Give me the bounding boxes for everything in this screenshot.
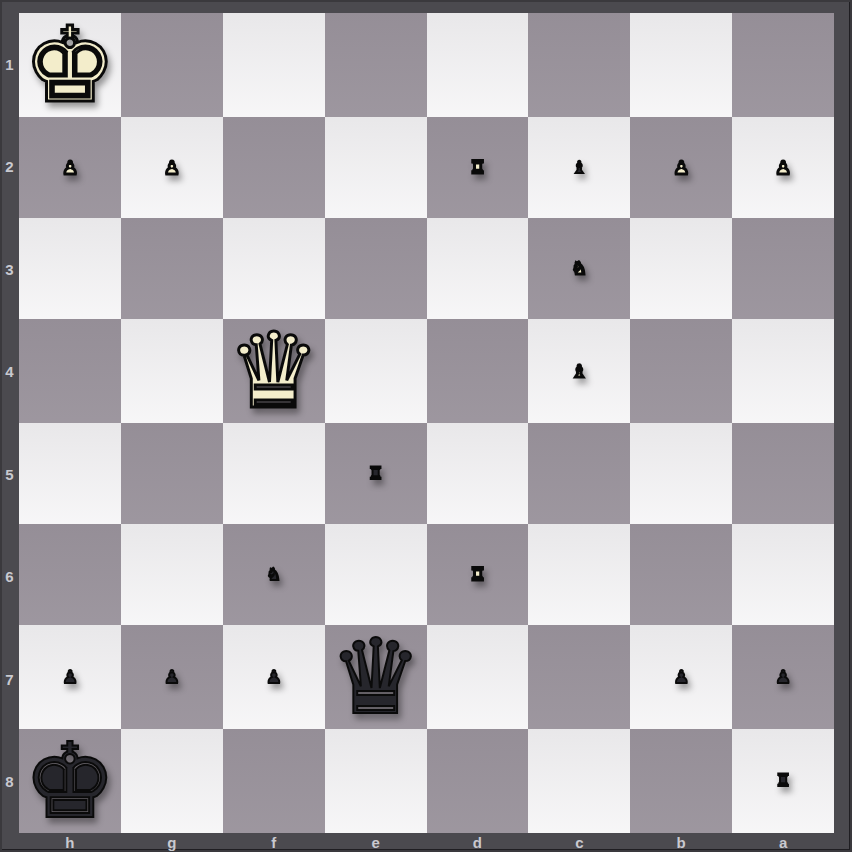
square-a1[interactable]	[732, 13, 834, 117]
piece-black-pawn[interactable]: ♟	[62, 668, 78, 686]
piece-white-pawn[interactable]: ♟	[775, 159, 791, 177]
square-e7[interactable]: ♛	[325, 625, 427, 729]
file-labels: hgfedcba	[19, 833, 834, 852]
square-h1[interactable]: ♚	[19, 13, 121, 117]
square-g4[interactable]	[121, 319, 223, 423]
square-c7[interactable]	[528, 625, 630, 729]
rank-labels: 12345678	[0, 13, 19, 833]
rank-label-4: 4	[0, 321, 19, 424]
square-a7[interactable]: ♟	[732, 625, 834, 729]
square-e5[interactable]: ♜	[325, 423, 427, 524]
square-a5[interactable]	[732, 423, 834, 524]
square-b4[interactable]	[630, 319, 732, 423]
square-b8[interactable]	[630, 729, 732, 833]
square-d5[interactable]	[427, 423, 529, 524]
piece-white-rook[interactable]: ♜	[470, 159, 485, 176]
square-f1[interactable]	[223, 13, 325, 117]
square-c4[interactable]: ♝	[528, 319, 630, 423]
square-e8[interactable]	[325, 729, 427, 833]
square-c5[interactable]	[528, 423, 630, 524]
file-label-d: d	[427, 833, 529, 852]
piece-black-rook[interactable]: ♜	[775, 772, 790, 789]
square-f5[interactable]	[223, 423, 325, 524]
square-d6[interactable]: ♜	[427, 524, 529, 625]
square-g1[interactable]	[121, 13, 223, 117]
square-b5[interactable]	[630, 423, 732, 524]
square-d8[interactable]	[427, 729, 529, 833]
square-b7[interactable]: ♟	[630, 625, 732, 729]
square-a3[interactable]	[732, 218, 834, 319]
rank-label-8: 8	[0, 731, 19, 834]
square-d1[interactable]	[427, 13, 529, 117]
square-a6[interactable]	[732, 524, 834, 625]
piece-white-queen[interactable]: ♛	[227, 319, 320, 423]
piece-white-pawn[interactable]: ♟	[62, 159, 78, 177]
piece-black-pawn[interactable]: ♟	[266, 668, 282, 686]
file-label-g: g	[121, 833, 223, 852]
piece-white-rook[interactable]: ♜	[470, 566, 485, 583]
square-h2[interactable]: ♟	[19, 117, 121, 218]
square-d4[interactable]	[427, 319, 529, 423]
square-g6[interactable]	[121, 524, 223, 625]
square-c6[interactable]	[528, 524, 630, 625]
square-h4[interactable]	[19, 319, 121, 423]
rank-label-2: 2	[0, 116, 19, 219]
piece-white-pawn[interactable]: ♟	[164, 159, 180, 177]
file-label-e: e	[325, 833, 427, 852]
square-h8[interactable]: ♚	[19, 729, 121, 833]
square-g7[interactable]: ♟	[121, 625, 223, 729]
square-c3[interactable]: ♞	[528, 218, 630, 319]
rank-label-7: 7	[0, 628, 19, 731]
square-h5[interactable]	[19, 423, 121, 524]
square-h3[interactable]	[19, 218, 121, 319]
rank-label-3: 3	[0, 218, 19, 321]
chess-board-frame: 12345678 ♚♟♟♜♝♟♟♞♛♝♜♞♜♟♟♟♛♟♟♚♜ hgfedcba	[0, 0, 852, 852]
square-e6[interactable]	[325, 524, 427, 625]
square-a2[interactable]: ♟	[732, 117, 834, 218]
square-g3[interactable]	[121, 218, 223, 319]
square-e1[interactable]	[325, 13, 427, 117]
square-a4[interactable]	[732, 319, 834, 423]
square-d7[interactable]	[427, 625, 529, 729]
piece-black-rook[interactable]: ♜	[368, 465, 383, 482]
square-e2[interactable]	[325, 117, 427, 218]
square-g8[interactable]	[121, 729, 223, 833]
square-f3[interactable]	[223, 218, 325, 319]
piece-black-knight[interactable]: ♞	[266, 566, 281, 583]
piece-black-king[interactable]: ♚	[23, 729, 116, 833]
piece-white-bishop[interactable]: ♝	[572, 363, 587, 380]
file-label-f: f	[223, 833, 325, 852]
square-f6[interactable]: ♞	[223, 524, 325, 625]
square-h6[interactable]	[19, 524, 121, 625]
square-f8[interactable]	[223, 729, 325, 833]
square-g2[interactable]: ♟	[121, 117, 223, 218]
chess-board: ♚♟♟♜♝♟♟♞♛♝♜♞♜♟♟♟♛♟♟♚♜	[19, 13, 834, 833]
square-c8[interactable]	[528, 729, 630, 833]
file-label-h: h	[19, 833, 121, 852]
square-b2[interactable]: ♟	[630, 117, 732, 218]
square-c2[interactable]: ♝	[528, 117, 630, 218]
rank-label-1: 1	[0, 13, 19, 116]
square-b6[interactable]	[630, 524, 732, 625]
square-f4[interactable]: ♛	[223, 319, 325, 423]
square-c1[interactable]	[528, 13, 630, 117]
square-a8[interactable]: ♜	[732, 729, 834, 833]
square-g5[interactable]	[121, 423, 223, 524]
piece-white-king[interactable]: ♚	[23, 13, 116, 117]
piece-black-bishop[interactable]: ♝	[572, 159, 587, 176]
rank-label-5: 5	[0, 423, 19, 526]
square-e4[interactable]	[325, 319, 427, 423]
piece-white-pawn[interactable]: ♟	[673, 159, 689, 177]
square-f2[interactable]	[223, 117, 325, 218]
piece-black-queen[interactable]: ♛	[329, 625, 422, 729]
square-b3[interactable]	[630, 218, 732, 319]
piece-white-knight[interactable]: ♞	[572, 260, 587, 277]
file-label-b: b	[630, 833, 732, 852]
square-d3[interactable]	[427, 218, 529, 319]
square-e3[interactable]	[325, 218, 427, 319]
square-d2[interactable]: ♜	[427, 117, 529, 218]
square-b1[interactable]	[630, 13, 732, 117]
file-label-c: c	[528, 833, 630, 852]
piece-black-pawn[interactable]: ♟	[673, 668, 689, 686]
file-label-a: a	[732, 833, 834, 852]
square-h7[interactable]: ♟	[19, 625, 121, 729]
square-f7[interactable]: ♟	[223, 625, 325, 729]
piece-black-pawn[interactable]: ♟	[775, 668, 791, 686]
piece-black-pawn[interactable]: ♟	[164, 668, 180, 686]
rank-label-6: 6	[0, 526, 19, 629]
